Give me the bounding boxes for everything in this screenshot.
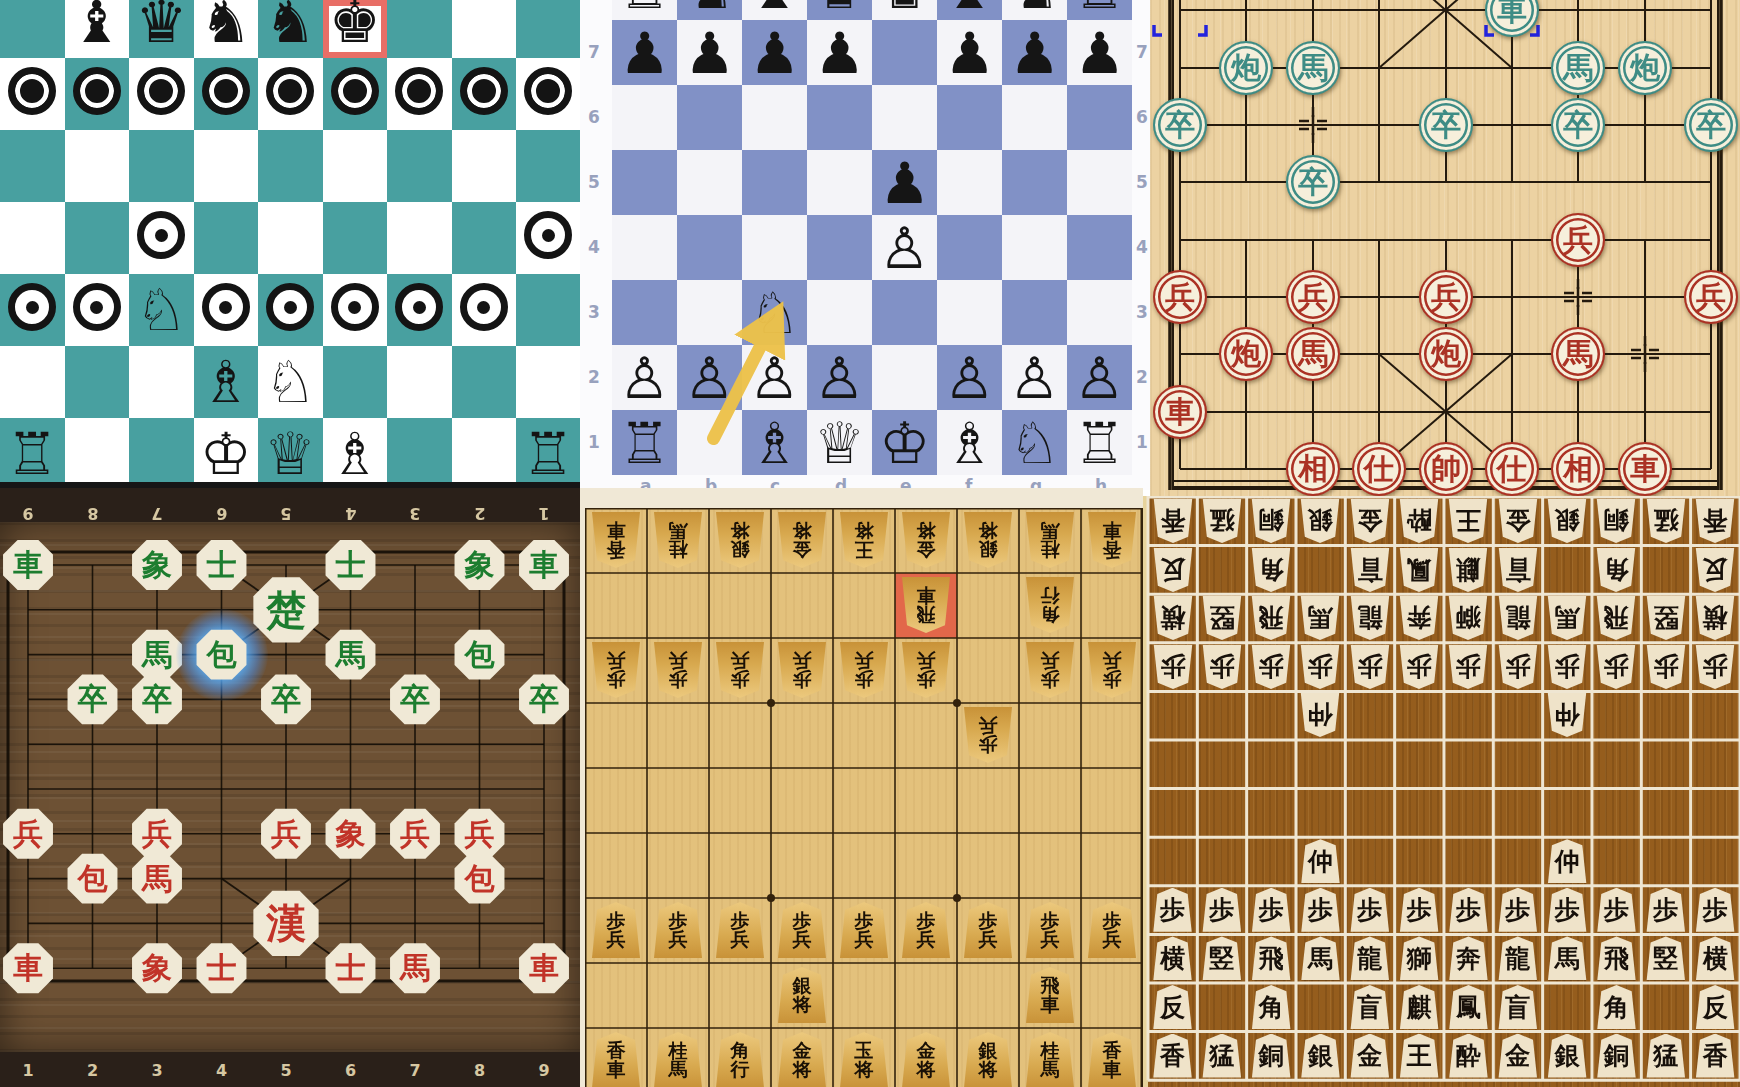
- gote-chu-piece[interactable]: 竪: [1202, 596, 1242, 640]
- board-square[interactable]: [742, 85, 807, 150]
- gote-chu-piece[interactable]: 金: [1350, 499, 1390, 543]
- board-square[interactable]: [129, 346, 194, 418]
- sente-chu-piece[interactable]: 歩: [1399, 888, 1439, 932]
- board-square[interactable]: [677, 215, 742, 280]
- white-chess-piece[interactable]: ♘: [1002, 410, 1067, 475]
- board-square[interactable]: [1067, 150, 1132, 215]
- gote-chu-piece[interactable]: 猛: [1646, 499, 1686, 543]
- white-chess-piece[interactable]: ♗: [937, 410, 1002, 475]
- board-square[interactable]: [258, 202, 323, 274]
- rank-label-left: 5: [588, 172, 600, 192]
- gote-shogi-piece[interactable]: 桂馬: [1025, 512, 1075, 568]
- board-square[interactable]: [452, 418, 517, 490]
- board-square[interactable]: [387, 346, 452, 418]
- white-chess-piece[interactable]: ♕: [807, 410, 872, 475]
- red-xiangqi-piece[interactable]: 兵: [1419, 270, 1473, 324]
- white-piece[interactable]: ♔: [194, 418, 259, 490]
- white-chess-piece[interactable]: ♖: [1067, 410, 1132, 475]
- white-pawn-piece[interactable]: [395, 283, 443, 331]
- board-square[interactable]: [612, 150, 677, 215]
- sente-chu-piece[interactable]: 歩: [1448, 888, 1488, 932]
- sente-shogi-piece[interactable]: 飛車: [1025, 967, 1075, 1023]
- board-square[interactable]: [452, 130, 517, 202]
- board-square[interactable]: [387, 418, 452, 490]
- sente-chu-piece[interactable]: 竪: [1202, 936, 1242, 980]
- gote-shogi-piece[interactable]: 飛車: [901, 577, 951, 633]
- board-square[interactable]: [872, 280, 937, 345]
- white-pawn-piece[interactable]: [137, 211, 185, 259]
- gote-chu-piece[interactable]: 銅: [1596, 499, 1636, 543]
- sente-chu-piece[interactable]: 歩: [1547, 888, 1587, 932]
- sente-chu-piece[interactable]: 歩: [1300, 888, 1340, 932]
- board-square[interactable]: [452, 0, 517, 58]
- sente-shogi-piece[interactable]: 玉将: [839, 1032, 889, 1087]
- gote-shogi-piece[interactable]: 金将: [901, 512, 951, 568]
- white-chess-piece[interactable]: ♔: [872, 410, 937, 475]
- janggi-board[interactable]: 987654321123456789車象士士象車楚馬包馬包卒卒卒卒卒兵兵兵象兵兵…: [0, 488, 580, 1087]
- board-square[interactable]: [872, 85, 937, 150]
- gote-chu-piece[interactable]: 麒: [1448, 548, 1488, 592]
- sente-chu-piece[interactable]: 反: [1695, 985, 1735, 1029]
- white-piece[interactable]: ♗: [323, 418, 388, 490]
- sente-chu-piece[interactable]: 奔: [1448, 936, 1488, 980]
- red-xiangqi-piece[interactable]: 仕: [1485, 442, 1539, 496]
- gote-chu-piece[interactable]: 銀: [1547, 499, 1587, 543]
- board-square[interactable]: [1067, 215, 1132, 280]
- sente-shogi-piece[interactable]: 歩兵: [591, 902, 641, 958]
- file-number-bottom: 7: [400, 1061, 430, 1080]
- board-square[interactable]: [1067, 280, 1132, 345]
- white-chess-piece[interactable]: ♙: [937, 345, 1002, 410]
- sente-chu-piece[interactable]: 竪: [1646, 936, 1686, 980]
- black-pawn-piece[interactable]: [460, 67, 508, 115]
- board-square[interactable]: [742, 150, 807, 215]
- red-xiangqi-piece[interactable]: 兵: [1684, 270, 1738, 324]
- board-square[interactable]: [612, 85, 677, 150]
- chu-shogi-board[interactable]: 香猛銅銀金酔王金銀銅猛香反角盲鳳麒盲角反横竪飛馬龍奔獅龍馬飛竪横歩歩歩歩歩歩歩歩…: [1143, 496, 1740, 1087]
- gote-chu-piece[interactable]: 歩: [1350, 645, 1390, 689]
- gote-chu-piece[interactable]: 横: [1695, 596, 1735, 640]
- board-square[interactable]: [323, 346, 388, 418]
- sente-chu-piece[interactable]: 金: [1498, 1034, 1538, 1078]
- white-chess-piece[interactable]: ♘: [742, 280, 807, 345]
- sente-chu-piece[interactable]: 獅: [1399, 936, 1439, 980]
- black-piece[interactable]: ♞: [258, 0, 323, 58]
- black-chess-piece[interactable]: ♟: [742, 20, 807, 85]
- red-xiangqi-piece[interactable]: 馬: [1286, 327, 1340, 381]
- red-xiangqi-piece[interactable]: 仕: [1352, 442, 1406, 496]
- rank-label-left: 1: [588, 432, 600, 452]
- red-xiangqi-piece[interactable]: 帥: [1419, 442, 1473, 496]
- board-square[interactable]: [677, 280, 742, 345]
- black-pawn-piece[interactable]: [73, 67, 121, 115]
- gote-shogi-piece[interactable]: 銀将: [963, 512, 1013, 568]
- white-chess-piece[interactable]: ♙: [742, 345, 807, 410]
- black-xiangqi-piece[interactable]: 炮: [1219, 41, 1273, 95]
- red-xiangqi-piece[interactable]: 兵: [1551, 213, 1605, 267]
- black-piece[interactable]: ♝: [65, 0, 130, 58]
- gote-chu-piece[interactable]: 盲: [1498, 548, 1538, 592]
- sente-chu-piece[interactable]: 角: [1251, 985, 1291, 1029]
- gote-shogi-piece[interactable]: 香車: [1087, 512, 1137, 568]
- board-square[interactable]: [452, 346, 517, 418]
- gote-shogi-piece[interactable]: 銀将: [715, 512, 765, 568]
- gote-shogi-piece[interactable]: 歩兵: [777, 642, 827, 698]
- black-chess-piece[interactable]: ♝: [742, 0, 807, 20]
- sente-chu-piece[interactable]: 歩: [1498, 888, 1538, 932]
- gote-chu-piece[interactable]: 歩: [1596, 645, 1636, 689]
- sente-chu-piece[interactable]: 猛: [1646, 1034, 1686, 1078]
- chess-board[interactable]: ♜♞♝♛♚♝♞♜♟♟♟♟♟♟♟♟♙♘♙♙♙♙♙♙♙♖♗♕♔♗♘♖77665544…: [580, 0, 1150, 490]
- sente-shogi-piece[interactable]: 歩兵: [777, 902, 827, 958]
- sente-chu-piece[interactable]: 歩: [1251, 888, 1291, 932]
- board-square[interactable]: [612, 215, 677, 280]
- gote-chu-piece[interactable]: 歩: [1498, 645, 1538, 689]
- board-square[interactable]: [0, 202, 65, 274]
- red-xiangqi-piece[interactable]: 炮: [1419, 327, 1473, 381]
- black-pawn-piece[interactable]: [331, 67, 379, 115]
- sente-chu-piece[interactable]: 飛: [1251, 936, 1291, 980]
- sente-chu-piece[interactable]: 酔: [1448, 1034, 1488, 1078]
- red-xiangqi-piece[interactable]: 馬: [1551, 327, 1605, 381]
- sente-shogi-piece[interactable]: 金将: [901, 1032, 951, 1087]
- rank-label-right: 3: [1136, 302, 1148, 322]
- black-chess-piece[interactable]: ♟: [872, 150, 937, 215]
- sente-chu-piece[interactable]: 王: [1399, 1034, 1439, 1078]
- board-square[interactable]: [65, 418, 130, 490]
- sente-chu-piece[interactable]: 歩: [1202, 888, 1242, 932]
- sente-chu-piece[interactable]: 横: [1695, 936, 1735, 980]
- white-piece[interactable]: ♘: [258, 346, 323, 418]
- rank-label-right: 5: [1136, 172, 1148, 192]
- white-pawn-piece[interactable]: [202, 283, 250, 331]
- gote-chu-piece[interactable]: 馬: [1300, 596, 1340, 640]
- board-square[interactable]: [1002, 280, 1067, 345]
- black-pawn-piece[interactable]: [266, 67, 314, 115]
- black-pawn-piece[interactable]: [524, 67, 572, 115]
- sente-shogi-piece[interactable]: 歩兵: [715, 902, 765, 958]
- gote-shogi-piece[interactable]: 桂馬: [653, 512, 703, 568]
- sente-shogi-piece[interactable]: 銀将: [963, 1032, 1013, 1087]
- white-pawn-piece[interactable]: [524, 211, 572, 259]
- white-chess-piece[interactable]: ♙: [1002, 345, 1067, 410]
- black-chess-piece[interactable]: ♟: [677, 20, 742, 85]
- sente-shogi-piece[interactable]: 歩兵: [839, 902, 889, 958]
- board-square[interactable]: [387, 202, 452, 274]
- black-piece[interactable]: ♚: [323, 0, 388, 58]
- black-chess-piece[interactable]: ♞: [1002, 0, 1067, 20]
- sente-shogi-piece[interactable]: 桂馬: [1025, 1032, 1075, 1087]
- black-chess-piece[interactable]: ♟: [1002, 20, 1067, 85]
- black-piece[interactable]: ♞: [194, 0, 259, 58]
- white-pawn-piece[interactable]: [460, 283, 508, 331]
- board-square[interactable]: [65, 202, 130, 274]
- white-chess-piece[interactable]: ♙: [872, 215, 937, 280]
- gote-shogi-piece[interactable]: 歩兵: [1025, 642, 1075, 698]
- black-xiangqi-piece[interactable]: 卒: [1153, 98, 1207, 152]
- board-square[interactable]: [129, 418, 194, 490]
- sente-chu-piece[interactable]: 香: [1695, 1034, 1735, 1078]
- black-xiangqi-piece[interactable]: 炮: [1618, 41, 1672, 95]
- gote-chu-piece[interactable]: 飛: [1596, 596, 1636, 640]
- sente-chu-piece[interactable]: 盲: [1498, 985, 1538, 1029]
- black-chess-piece[interactable]: ♟: [1067, 20, 1132, 85]
- board-square[interactable]: [65, 130, 130, 202]
- black-chess-piece[interactable]: ♚: [872, 0, 937, 20]
- black-chess-piece[interactable]: ♟: [807, 20, 872, 85]
- xiangqi-board[interactable]: 車炮馬馬炮卒卒卒卒卒兵兵兵兵兵炮馬炮馬車相仕帥仕相車: [1150, 0, 1740, 496]
- white-pawn-piece[interactable]: [8, 283, 56, 331]
- gote-chu-piece[interactable]: 銅: [1251, 499, 1291, 543]
- gote-chu-piece[interactable]: 歩: [1547, 645, 1587, 689]
- sente-shogi-piece[interactable]: 歩兵: [1025, 902, 1075, 958]
- gote-chu-piece[interactable]: 歩: [1153, 645, 1193, 689]
- sente-shogi-piece[interactable]: 香車: [1087, 1032, 1137, 1087]
- gote-chu-piece[interactable]: 猛: [1202, 499, 1242, 543]
- sente-shogi-piece[interactable]: 歩兵: [653, 902, 703, 958]
- white-chess-piece[interactable]: ♙: [677, 345, 742, 410]
- sente-chu-piece[interactable]: 香: [1153, 1034, 1193, 1078]
- white-chess-piece[interactable]: ♖: [612, 410, 677, 475]
- gote-chu-piece[interactable]: 竪: [1646, 596, 1686, 640]
- red-xiangqi-piece[interactable]: 兵: [1286, 270, 1340, 324]
- sente-chu-piece[interactable]: 銅: [1251, 1034, 1291, 1078]
- chu-grid: [1143, 496, 1740, 1087]
- sente-chu-piece[interactable]: 歩: [1695, 888, 1735, 932]
- board-square[interactable]: [1002, 150, 1067, 215]
- board-square[interactable]: [807, 150, 872, 215]
- sente-chu-piece[interactable]: 仲: [1547, 839, 1587, 883]
- board-square[interactable]: [807, 280, 872, 345]
- sente-chu-piece[interactable]: 金: [1350, 1034, 1390, 1078]
- sente-shogi-piece[interactable]: 銀将: [777, 967, 827, 1023]
- sente-chu-piece[interactable]: 馬: [1300, 936, 1340, 980]
- shogi-board[interactable]: 香車桂馬銀将金将王将金将銀将桂馬香車飛車角行歩兵歩兵歩兵歩兵歩兵歩兵歩兵歩兵歩兵…: [580, 488, 1143, 1087]
- board-square[interactable]: [807, 85, 872, 150]
- sente-chu-piece[interactable]: 横: [1153, 936, 1193, 980]
- board-square[interactable]: [516, 0, 580, 58]
- sente-chu-piece[interactable]: 歩: [1596, 888, 1636, 932]
- gote-shogi-piece[interactable]: 香車: [591, 512, 641, 568]
- white-piece[interactable]: ♖: [516, 418, 580, 490]
- black-xiangqi-piece[interactable]: 卒: [1419, 98, 1473, 152]
- board-square[interactable]: [1002, 215, 1067, 280]
- black-xiangqi-piece[interactable]: 馬: [1286, 41, 1340, 95]
- sente-chu-piece[interactable]: 馬: [1547, 936, 1587, 980]
- gote-chu-piece[interactable]: 銀: [1300, 499, 1340, 543]
- board-square[interactable]: [387, 0, 452, 58]
- sente-shogi-piece[interactable]: 桂馬: [653, 1032, 703, 1087]
- board-square[interactable]: [937, 150, 1002, 215]
- red-xiangqi-piece[interactable]: 車: [1618, 442, 1672, 496]
- gote-chu-piece[interactable]: 盲: [1350, 548, 1390, 592]
- gote-shogi-piece[interactable]: 歩兵: [715, 642, 765, 698]
- sente-chu-piece[interactable]: 銀: [1300, 1034, 1340, 1078]
- red-xiangqi-piece[interactable]: 炮: [1219, 327, 1273, 381]
- board-square[interactable]: [129, 130, 194, 202]
- sente-chu-piece[interactable]: 龍: [1498, 936, 1538, 980]
- sente-shogi-piece[interactable]: 香車: [591, 1032, 641, 1087]
- board-square[interactable]: [0, 346, 65, 418]
- black-xiangqi-piece[interactable]: 卒: [1684, 98, 1738, 152]
- gote-shogi-piece[interactable]: 歩兵: [963, 707, 1013, 763]
- red-xiangqi-piece[interactable]: 相: [1551, 442, 1605, 496]
- board-square[interactable]: [194, 130, 259, 202]
- gote-chu-piece[interactable]: 奔: [1399, 596, 1439, 640]
- gote-chu-piece[interactable]: 酔: [1399, 499, 1439, 543]
- white-chess-piece[interactable]: ♙: [1067, 345, 1132, 410]
- white-piece[interactable]: ♕: [258, 418, 323, 490]
- gote-chu-piece[interactable]: 獅: [1448, 596, 1488, 640]
- black-chess-piece[interactable]: ♛: [807, 0, 872, 20]
- gote-chu-piece[interactable]: 王: [1448, 499, 1488, 543]
- gote-shogi-piece[interactable]: 角行: [1025, 577, 1075, 633]
- gote-chu-piece[interactable]: 歩: [1300, 645, 1340, 689]
- black-xiangqi-piece[interactable]: 卒: [1551, 98, 1605, 152]
- white-chess-piece[interactable]: ♙: [612, 345, 677, 410]
- sente-chu-piece[interactable]: 盲: [1350, 985, 1390, 1029]
- file-number-top: 3: [400, 504, 430, 523]
- black-xiangqi-piece[interactable]: 馬: [1551, 41, 1605, 95]
- black-chess-piece[interactable]: ♜: [1067, 0, 1132, 20]
- board-square[interactable]: [0, 130, 65, 202]
- sente-chu-piece[interactable]: 銅: [1596, 1034, 1636, 1078]
- gote-chu-piece[interactable]: 龍: [1498, 596, 1538, 640]
- black-chess-piece[interactable]: ♜: [612, 0, 677, 20]
- black-pawn-piece[interactable]: [8, 67, 56, 115]
- board-square[interactable]: [323, 130, 388, 202]
- white-pawn-piece[interactable]: [266, 283, 314, 331]
- sente-chu-piece[interactable]: 龍: [1350, 936, 1390, 980]
- red-xiangqi-piece[interactable]: 車: [1153, 385, 1207, 439]
- gote-chu-piece[interactable]: 飛: [1251, 596, 1291, 640]
- red-xiangqi-piece[interactable]: 相: [1286, 442, 1340, 496]
- gote-chu-piece[interactable]: 反: [1695, 548, 1735, 592]
- gote-chu-piece[interactable]: 歩: [1695, 645, 1735, 689]
- gote-shogi-piece[interactable]: 歩兵: [839, 642, 889, 698]
- black-pawn-piece[interactable]: [202, 67, 250, 115]
- gote-chu-piece[interactable]: 鳳: [1399, 548, 1439, 592]
- gote-shogi-piece[interactable]: 歩兵: [1087, 642, 1137, 698]
- board-square[interactable]: [807, 215, 872, 280]
- black-pawn-piece[interactable]: [395, 67, 443, 115]
- sente-chu-piece[interactable]: 歩: [1350, 888, 1390, 932]
- board-square[interactable]: [258, 130, 323, 202]
- white-chess-piece[interactable]: ♗: [742, 410, 807, 475]
- red-xiangqi-piece[interactable]: 兵: [1153, 270, 1207, 324]
- board-square[interactable]: [937, 215, 1002, 280]
- board-square[interactable]: [677, 150, 742, 215]
- board-square[interactable]: [516, 274, 580, 346]
- black-chess-piece[interactable]: ♟: [937, 20, 1002, 85]
- board-square[interactable]: [937, 85, 1002, 150]
- gote-shogi-piece[interactable]: 歩兵: [653, 642, 703, 698]
- gote-chu-piece[interactable]: 金: [1498, 499, 1538, 543]
- gote-shogi-piece[interactable]: 歩兵: [591, 642, 641, 698]
- board-square[interactable]: [194, 202, 259, 274]
- gote-chu-piece[interactable]: 歩: [1399, 645, 1439, 689]
- gote-chu-piece[interactable]: 横: [1153, 596, 1193, 640]
- gote-chu-piece[interactable]: 歩: [1202, 645, 1242, 689]
- board-square[interactable]: [1002, 85, 1067, 150]
- sente-chu-piece[interactable]: 歩: [1153, 888, 1193, 932]
- black-chess-piece[interactable]: ♞: [677, 0, 742, 20]
- sente-shogi-piece[interactable]: 金将: [777, 1032, 827, 1087]
- board-square[interactable]: [65, 346, 130, 418]
- gote-chu-piece[interactable]: 反: [1153, 548, 1193, 592]
- board-square[interactable]: [516, 346, 580, 418]
- gote-chu-piece[interactable]: 香: [1695, 499, 1735, 543]
- white-chess-piece[interactable]: ♙: [807, 345, 872, 410]
- board-square[interactable]: [323, 202, 388, 274]
- gote-chu-piece[interactable]: 歩: [1448, 645, 1488, 689]
- black-chess-piece[interactable]: ♟: [612, 20, 677, 85]
- board-square[interactable]: [612, 280, 677, 345]
- black-xiangqi-piece[interactable]: 卒: [1286, 155, 1340, 209]
- white-piece[interactable]: ♘: [129, 274, 194, 346]
- gote-shogi-piece[interactable]: 金将: [777, 512, 827, 568]
- sente-chu-piece[interactable]: 麒: [1399, 985, 1439, 1029]
- board-square[interactable]: [872, 345, 937, 410]
- board-square[interactable]: [452, 202, 517, 274]
- white-piece[interactable]: ♖: [0, 418, 65, 490]
- white-piece[interactable]: ♗: [194, 346, 259, 418]
- gote-shogi-piece[interactable]: 王将: [839, 512, 889, 568]
- sente-chu-piece[interactable]: 角: [1596, 985, 1636, 1029]
- gote-shogi-piece[interactable]: 歩兵: [901, 642, 951, 698]
- gote-chu-piece[interactable]: 仲: [1547, 693, 1587, 737]
- black-piece[interactable]: ♛: [129, 0, 194, 58]
- sente-shogi-piece[interactable]: 歩兵: [1087, 902, 1137, 958]
- board-square[interactable]: [516, 130, 580, 202]
- makruk-board[interactable]: ♝♛♞♞♚♘♗♘♖♔♕♗♖: [0, 0, 580, 490]
- sente-chu-piece[interactable]: 仲: [1300, 839, 1340, 883]
- shogi-board-surface[interactable]: 香車桂馬銀将金将王将金将銀将桂馬香車飛車角行歩兵歩兵歩兵歩兵歩兵歩兵歩兵歩兵歩兵…: [585, 508, 1143, 1087]
- sente-chu-piece[interactable]: 歩: [1646, 888, 1686, 932]
- sente-chu-piece[interactable]: 銀: [1547, 1034, 1587, 1078]
- black-chess-piece[interactable]: ♝: [937, 0, 1002, 20]
- board-square[interactable]: [742, 215, 807, 280]
- sente-chu-piece[interactable]: 鳳: [1448, 985, 1488, 1029]
- board-square[interactable]: [872, 20, 937, 85]
- gote-chu-piece[interactable]: 仲: [1300, 693, 1340, 737]
- gote-chu-piece[interactable]: 角: [1596, 548, 1636, 592]
- sente-chu-piece[interactable]: 反: [1153, 985, 1193, 1029]
- board-square[interactable]: [0, 0, 65, 58]
- board-square[interactable]: [1067, 85, 1132, 150]
- gote-chu-piece[interactable]: 馬: [1547, 596, 1587, 640]
- board-square[interactable]: [937, 280, 1002, 345]
- rank-label-right: 4: [1136, 237, 1148, 257]
- sente-shogi-piece[interactable]: 角行: [715, 1032, 765, 1087]
- white-pawn-piece[interactable]: [73, 283, 121, 331]
- black-pawn-piece[interactable]: [137, 67, 185, 115]
- board-square[interactable]: [387, 130, 452, 202]
- sente-chu-piece[interactable]: 飛: [1596, 936, 1636, 980]
- sente-shogi-piece[interactable]: 歩兵: [963, 902, 1013, 958]
- white-pawn-piece[interactable]: [331, 283, 379, 331]
- gote-chu-piece[interactable]: 歩: [1646, 645, 1686, 689]
- gote-chu-piece[interactable]: 龍: [1350, 596, 1390, 640]
- sente-chu-piece[interactable]: 猛: [1202, 1034, 1242, 1078]
- sente-shogi-piece[interactable]: 歩兵: [901, 902, 951, 958]
- board-square[interactable]: [677, 410, 742, 475]
- file-number-top: 6: [207, 504, 237, 523]
- board-square[interactable]: [677, 85, 742, 150]
- gote-chu-piece[interactable]: 歩: [1251, 645, 1291, 689]
- gote-chu-piece[interactable]: 香: [1153, 499, 1193, 543]
- gote-chu-piece[interactable]: 角: [1251, 548, 1291, 592]
